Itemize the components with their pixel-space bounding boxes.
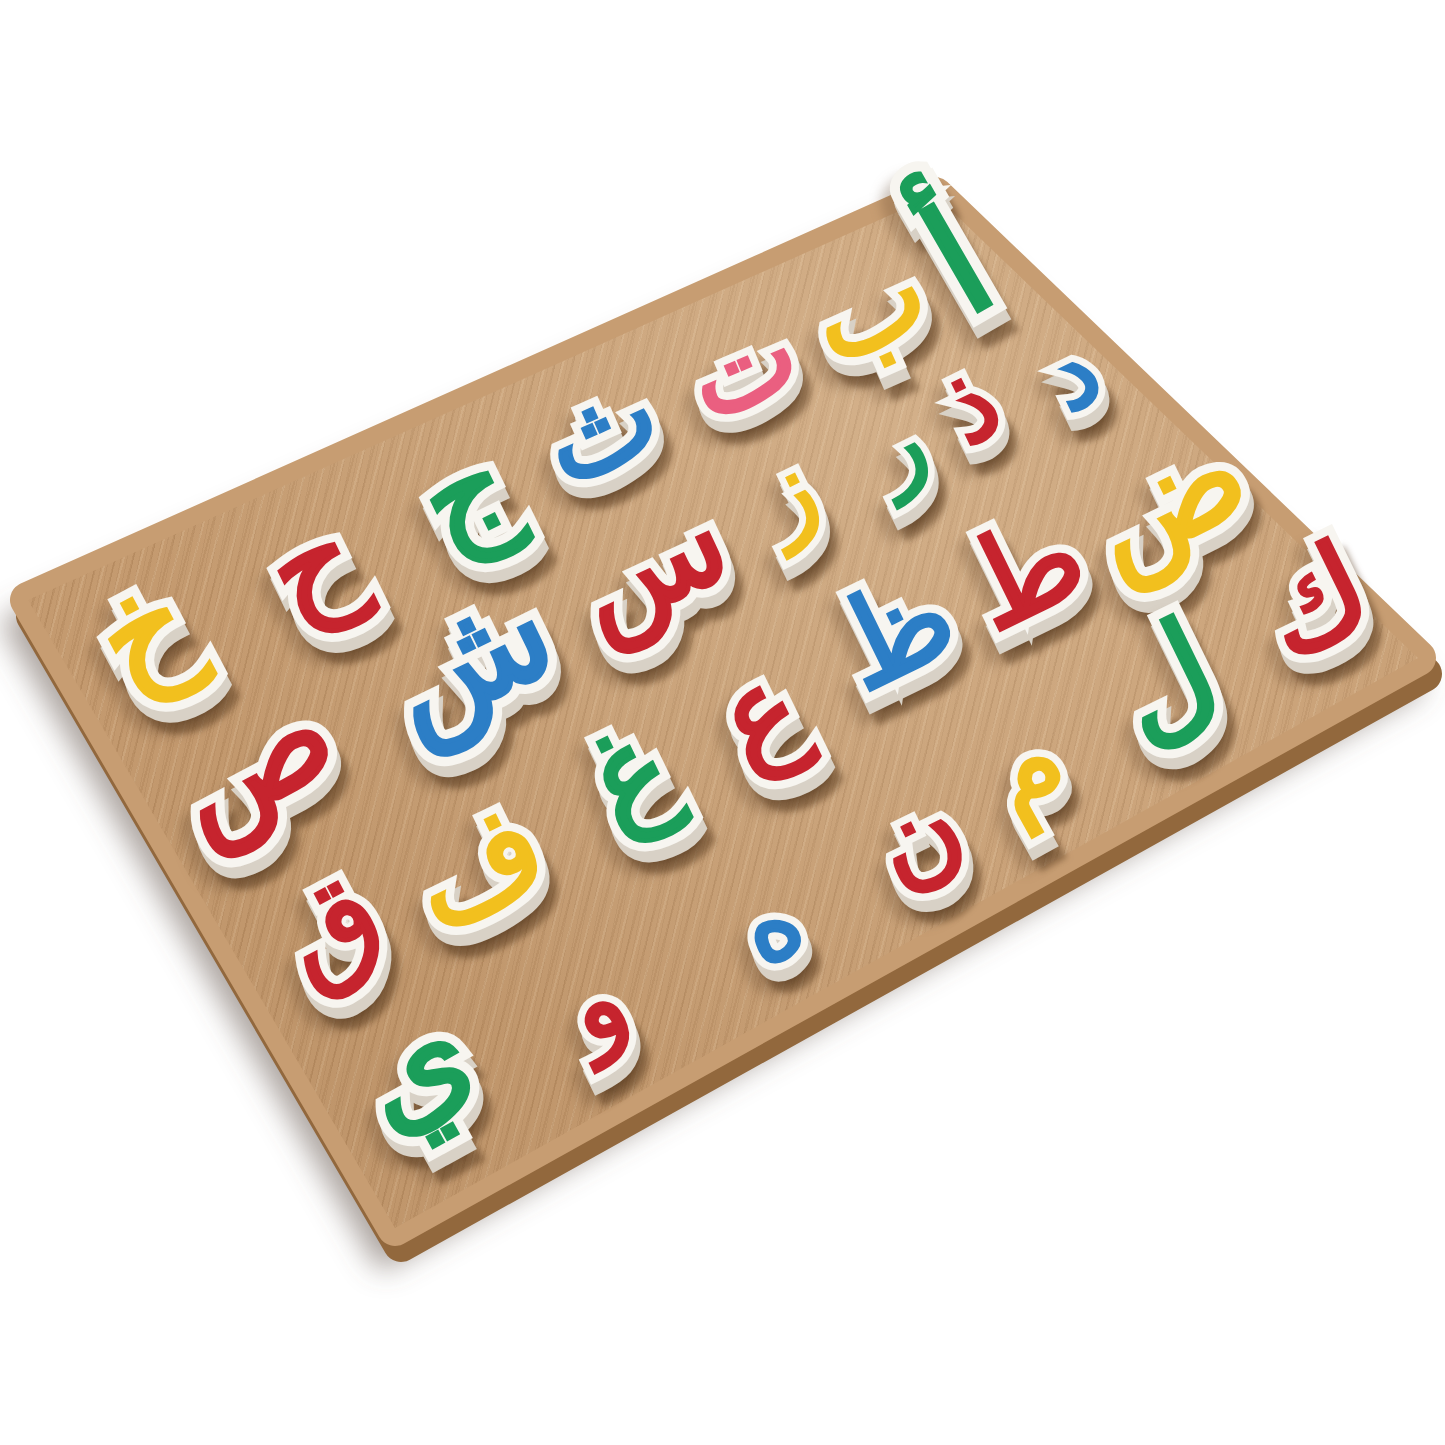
ra-face: ر: [854, 390, 939, 499]
puzzle-pieces: أأأبببتتتثثثجججحححخخخدددذذذرررزززسسسشششص…: [0, 0, 1445, 1445]
waw-face: و: [548, 942, 642, 1062]
zay-face: ز: [743, 435, 832, 548]
dal-face: د: [1029, 316, 1115, 428]
ha-face: ه: [722, 863, 818, 983]
nun-face: ن: [855, 767, 978, 904]
shin-face: ش: [361, 559, 573, 757]
hha-face: ح: [246, 487, 376, 638]
kha-face: خ: [73, 551, 212, 710]
photo-stage: أبتثجحخدذرزسشصضطظعغفقكلمنهوي أأأبببتتتثث…: [0, 0, 1445, 1445]
dhal-face: ذ: [927, 346, 1016, 462]
lam-face: ل: [1092, 600, 1236, 761]
mim-face: م: [967, 700, 1082, 832]
jim-face: ج: [398, 415, 530, 569]
qaf-face: ق: [260, 851, 401, 1003]
kaf-face: ك: [1242, 523, 1388, 679]
